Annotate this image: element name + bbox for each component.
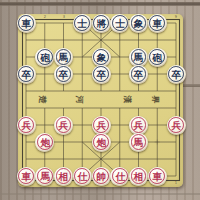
- piece-red-general[interactable]: 帥: [92, 167, 111, 186]
- board-grid: 楚 河 漢 界: [18, 14, 183, 187]
- piece-black-soldier[interactable]: 卒: [92, 65, 111, 84]
- piece-character: 砲: [152, 48, 162, 65]
- piece-character: 兵: [171, 116, 181, 133]
- piece-black-chariot[interactable]: 車: [17, 14, 36, 33]
- table-plank-seam: [0, 193, 200, 195]
- file-label-top: 2: [42, 15, 47, 19]
- piece-red-chariot[interactable]: 車: [17, 167, 36, 186]
- piece-character: 馬: [134, 133, 144, 150]
- piece-red-cannon[interactable]: 炮: [35, 133, 54, 152]
- piece-black-elephant[interactable]: 象: [92, 48, 111, 67]
- piece-character: 炮: [96, 133, 106, 150]
- piece-character: 砲: [40, 48, 50, 65]
- file-label-top: 9: [173, 15, 178, 19]
- svg-text:河: 河: [75, 95, 84, 105]
- piece-black-elephant[interactable]: 象: [129, 14, 148, 33]
- piece-black-general[interactable]: 將: [92, 14, 111, 33]
- piece-character: 炮: [40, 133, 50, 150]
- table-plank-groove: [0, 2, 200, 6]
- piece-black-soldier[interactable]: 卒: [17, 65, 36, 84]
- photo-scene: 楚 河 漢 界 123456789987654321 車士將士象車砲馬象馬砲卒卒…: [0, 0, 200, 200]
- piece-red-soldier[interactable]: 兵: [17, 116, 36, 135]
- piece-black-soldier[interactable]: 卒: [167, 65, 186, 84]
- piece-character: 車: [152, 167, 162, 184]
- piece-character: 兵: [59, 116, 69, 133]
- piece-red-soldier[interactable]: 兵: [92, 116, 111, 135]
- piece-red-elephant[interactable]: 相: [54, 167, 73, 186]
- piece-red-horse[interactable]: 馬: [129, 133, 148, 152]
- piece-character: 馬: [59, 48, 69, 65]
- piece-character: 象: [96, 48, 106, 65]
- piece-character: 車: [152, 14, 162, 31]
- piece-black-soldier[interactable]: 卒: [54, 65, 73, 84]
- piece-red-cannon[interactable]: 炮: [92, 133, 111, 152]
- piece-black-chariot[interactable]: 車: [148, 14, 167, 33]
- piece-black-horse[interactable]: 馬: [54, 48, 73, 67]
- piece-character: 卒: [171, 65, 181, 82]
- piece-character: 卒: [21, 65, 31, 82]
- svg-text:楚: 楚: [38, 95, 47, 105]
- piece-red-soldier[interactable]: 兵: [54, 116, 73, 135]
- piece-character: 士: [77, 14, 87, 31]
- piece-character: 車: [21, 167, 31, 184]
- piece-red-horse[interactable]: 馬: [35, 167, 54, 186]
- piece-red-elephant[interactable]: 相: [129, 167, 148, 186]
- piece-red-advisor[interactable]: 仕: [73, 167, 92, 186]
- svg-text:漢: 漢: [123, 95, 132, 104]
- piece-character: 馬: [134, 48, 144, 65]
- piece-black-cannon[interactable]: 砲: [35, 48, 54, 67]
- piece-character: 兵: [134, 116, 144, 133]
- file-label-top: 3: [61, 15, 66, 19]
- piece-character: 相: [59, 167, 69, 184]
- svg-text:界: 界: [151, 95, 160, 104]
- piece-red-advisor[interactable]: 仕: [110, 167, 129, 186]
- piece-black-cannon[interactable]: 砲: [148, 48, 167, 67]
- piece-character: 卒: [59, 65, 69, 82]
- piece-character: 兵: [21, 116, 31, 133]
- piece-black-soldier[interactable]: 卒: [129, 65, 148, 84]
- file-label-bottom: 1: [173, 181, 178, 185]
- piece-character: 馬: [40, 167, 50, 184]
- piece-red-soldier[interactable]: 兵: [129, 116, 148, 135]
- piece-red-chariot[interactable]: 車: [148, 167, 167, 186]
- piece-black-advisor[interactable]: 士: [110, 14, 129, 33]
- piece-black-advisor[interactable]: 士: [73, 14, 92, 33]
- piece-red-soldier[interactable]: 兵: [167, 116, 186, 135]
- piece-character: 車: [21, 14, 31, 31]
- piece-character: 仕: [115, 167, 125, 184]
- piece-character: 帥: [96, 167, 106, 184]
- piece-character: 士: [115, 14, 125, 31]
- piece-character: 將: [96, 14, 106, 31]
- piece-character: 卒: [96, 65, 106, 82]
- piece-black-horse[interactable]: 馬: [129, 48, 148, 67]
- river-inscription: 楚 河 漢 界: [38, 95, 160, 105]
- piece-character: 仕: [77, 167, 87, 184]
- piece-character: 象: [134, 14, 144, 31]
- table-plank-seam: [183, 84, 200, 87]
- piece-character: 相: [134, 167, 144, 184]
- piece-character: 卒: [134, 65, 144, 82]
- piece-character: 兵: [96, 116, 106, 133]
- xiangqi-board[interactable]: 楚 河 漢 界 123456789987654321 車士將士象車砲馬象馬砲卒卒…: [18, 14, 183, 187]
